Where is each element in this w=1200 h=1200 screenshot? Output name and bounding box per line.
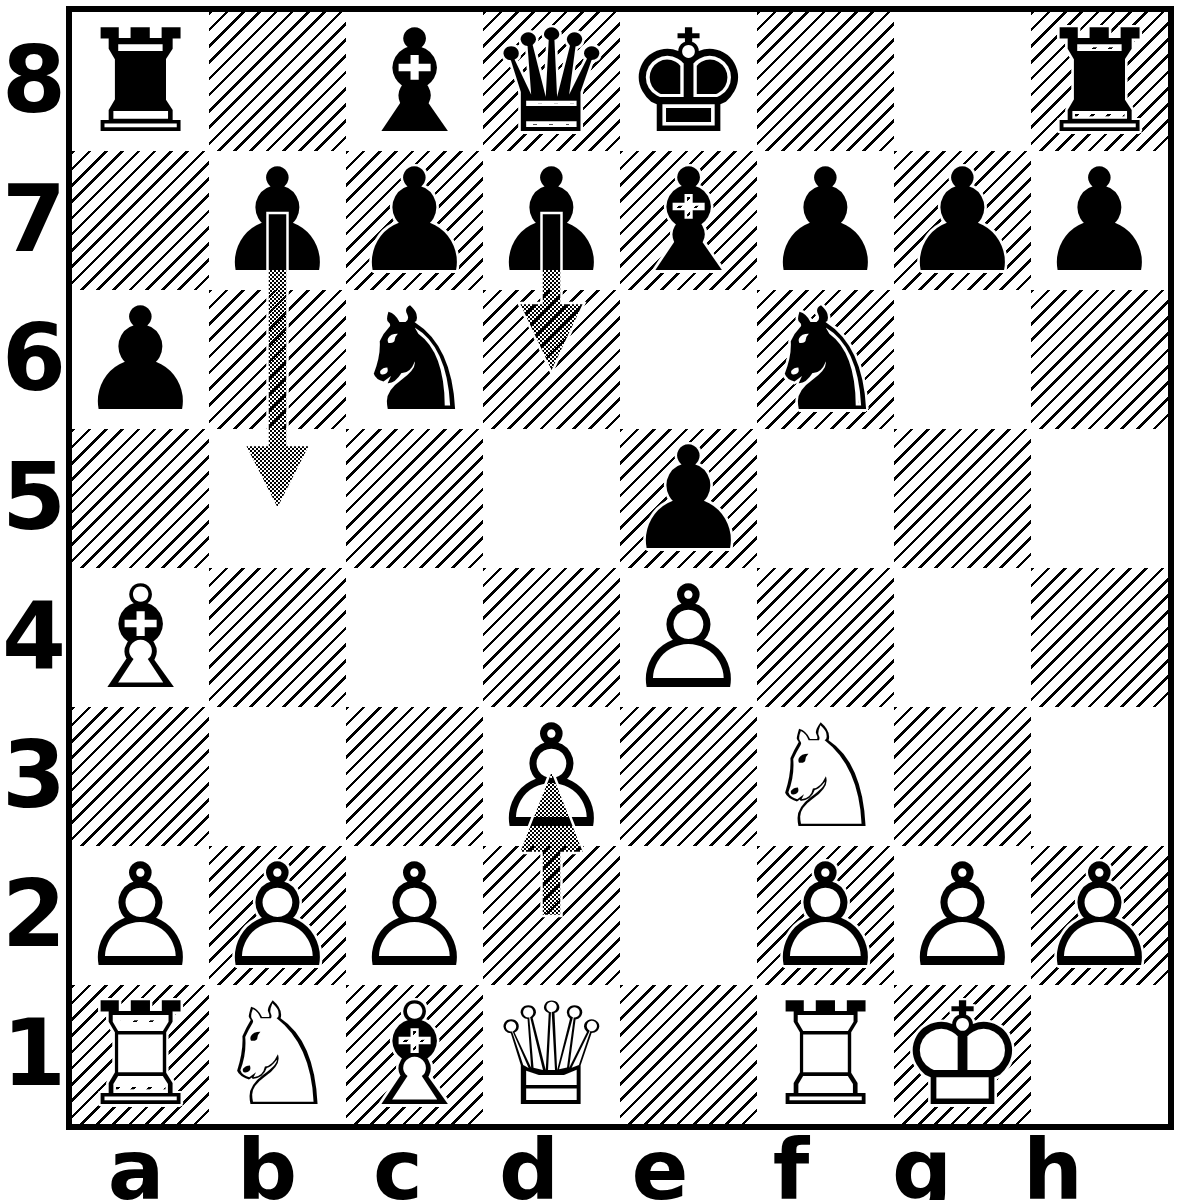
piece-f6: ♞ <box>757 290 894 429</box>
piece-c1: ♗ <box>346 985 483 1124</box>
piece-h2: ♙ <box>1031 846 1168 985</box>
square-a2[interactable]: ♟♙ <box>72 846 209 985</box>
piece-a4: ♗ <box>72 568 209 707</box>
square-h3[interactable] <box>1031 707 1168 846</box>
rank-label-8: 8 <box>2 31 62 131</box>
square-c5[interactable] <box>346 429 483 568</box>
rank-label-3: 3 <box>2 726 62 826</box>
square-c2[interactable]: ♟♙ <box>346 846 483 985</box>
square-d5[interactable] <box>483 429 620 568</box>
square-b1[interactable]: ♞♘ <box>209 985 346 1124</box>
square-g3[interactable] <box>894 707 1031 846</box>
square-h7[interactable]: ♟ <box>1031 151 1168 290</box>
square-h4[interactable] <box>1031 568 1168 707</box>
square-g6[interactable] <box>894 290 1031 429</box>
piece-d8: ♛ <box>483 12 620 151</box>
rank-label-7: 7 <box>2 170 62 270</box>
square-h5[interactable] <box>1031 429 1168 568</box>
piece-f1: ♖ <box>757 985 894 1124</box>
piece-b7: ♟ <box>209 151 346 290</box>
square-b6[interactable] <box>209 290 346 429</box>
square-b4[interactable] <box>209 568 346 707</box>
piece-a8: ♜ <box>72 12 209 151</box>
file-label-d: d <box>489 1134 569 1200</box>
square-d8[interactable]: ♛ <box>483 12 620 151</box>
square-h8[interactable]: ♜ <box>1031 12 1168 151</box>
file-label-b: b <box>227 1134 307 1200</box>
rank-label-1: 1 <box>2 1004 62 1104</box>
square-c4[interactable] <box>346 568 483 707</box>
piece-c7: ♟ <box>346 151 483 290</box>
square-a1[interactable]: ♜♖ <box>72 985 209 1124</box>
square-e4[interactable]: ♟♙ <box>620 568 757 707</box>
square-h2[interactable]: ♟♙ <box>1031 846 1168 985</box>
square-b5[interactable] <box>209 429 346 568</box>
square-f7[interactable]: ♟ <box>757 151 894 290</box>
square-e8[interactable]: ♚ <box>620 12 757 151</box>
square-d6[interactable] <box>483 290 620 429</box>
square-b2[interactable]: ♟♙ <box>209 846 346 985</box>
piece-g1: ♔ <box>894 985 1031 1124</box>
square-a7[interactable] <box>72 151 209 290</box>
piece-a2: ♙ <box>72 846 209 985</box>
square-e6[interactable] <box>620 290 757 429</box>
piece-b2: ♙ <box>209 846 346 985</box>
file-label-a: a <box>96 1134 176 1200</box>
square-a8[interactable]: ♜ <box>72 12 209 151</box>
square-c3[interactable] <box>346 707 483 846</box>
square-d1[interactable]: ♛♕ <box>483 985 620 1124</box>
piece-e8: ♚ <box>620 12 757 151</box>
piece-f2: ♙ <box>757 846 894 985</box>
square-g7[interactable]: ♟ <box>894 151 1031 290</box>
square-c8[interactable]: ♝ <box>346 12 483 151</box>
square-b7[interactable]: ♟ <box>209 151 346 290</box>
file-label-e: e <box>620 1134 700 1200</box>
piece-f3: ♘ <box>757 707 894 846</box>
piece-a1: ♖ <box>72 985 209 1124</box>
square-d4[interactable] <box>483 568 620 707</box>
file-label-h: h <box>1013 1134 1093 1200</box>
piece-d1: ♕ <box>483 985 620 1124</box>
square-f1[interactable]: ♜♖ <box>757 985 894 1124</box>
piece-e5: ♟ <box>620 429 757 568</box>
piece-c8: ♝ <box>346 12 483 151</box>
file-label-c: c <box>358 1134 438 1200</box>
square-a6[interactable]: ♟ <box>72 290 209 429</box>
square-f5[interactable] <box>757 429 894 568</box>
piece-d7: ♟ <box>483 151 620 290</box>
square-f3[interactable]: ♞♘ <box>757 707 894 846</box>
square-b8[interactable] <box>209 12 346 151</box>
chess-diagram: 8 7 6 5 4 3 2 1 a b c d e f g h ♜ ♝ ♛ ♚ … <box>0 0 1200 1200</box>
piece-e4: ♙ <box>620 568 757 707</box>
piece-g7: ♟ <box>894 151 1031 290</box>
piece-d3: ♙ <box>483 707 620 846</box>
square-h6[interactable] <box>1031 290 1168 429</box>
square-d2[interactable] <box>483 846 620 985</box>
square-a4[interactable]: ♝♗ <box>72 568 209 707</box>
chess-board: ♜ ♝ ♛ ♚ ♜ ♟ ♟ ♟ ♝ ♟ ♟ ♟ ♟ ♞ ♞ ♟ ♝♗ <box>66 6 1174 1130</box>
piece-g2: ♙ <box>894 846 1031 985</box>
square-c7[interactable]: ♟ <box>346 151 483 290</box>
file-label-f: f <box>751 1134 831 1200</box>
piece-a6: ♟ <box>72 290 209 429</box>
square-b3[interactable] <box>209 707 346 846</box>
piece-h7: ♟ <box>1031 151 1168 290</box>
square-e1[interactable] <box>620 985 757 1124</box>
square-c6[interactable]: ♞ <box>346 290 483 429</box>
square-e3[interactable] <box>620 707 757 846</box>
square-d3[interactable]: ♟♙ <box>483 707 620 846</box>
square-a5[interactable] <box>72 429 209 568</box>
rank-label-2: 2 <box>2 865 62 965</box>
square-f2[interactable]: ♟♙ <box>757 846 894 985</box>
square-g5[interactable] <box>894 429 1031 568</box>
piece-b1: ♘ <box>209 985 346 1124</box>
square-e7[interactable]: ♝ <box>620 151 757 290</box>
rank-label-5: 5 <box>2 448 62 548</box>
square-c1[interactable]: ♝♗ <box>346 985 483 1124</box>
piece-e7: ♝ <box>620 151 757 290</box>
square-g1[interactable]: ♚♔ <box>894 985 1031 1124</box>
file-label-g: g <box>882 1134 962 1200</box>
square-e5[interactable]: ♟ <box>620 429 757 568</box>
square-f8[interactable] <box>757 12 894 151</box>
rank-label-4: 4 <box>2 587 62 687</box>
square-f6[interactable]: ♞ <box>757 290 894 429</box>
square-d7[interactable]: ♟ <box>483 151 620 290</box>
square-h1[interactable] <box>1031 985 1168 1124</box>
rank-label-6: 6 <box>2 309 62 409</box>
piece-c6: ♞ <box>346 290 483 429</box>
square-a3[interactable] <box>72 707 209 846</box>
square-f4[interactable] <box>757 568 894 707</box>
square-g8[interactable] <box>894 12 1031 151</box>
piece-c2: ♙ <box>346 846 483 985</box>
piece-f7: ♟ <box>757 151 894 290</box>
square-e2[interactable] <box>620 846 757 985</box>
piece-h8: ♜ <box>1031 12 1168 151</box>
square-g4[interactable] <box>894 568 1031 707</box>
square-g2[interactable]: ♟♙ <box>894 846 1031 985</box>
